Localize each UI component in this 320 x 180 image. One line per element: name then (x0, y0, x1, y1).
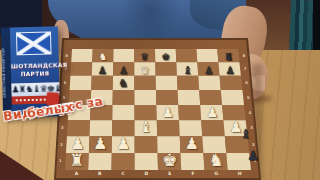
book-stack (289, 0, 316, 55)
file-label-f: F (191, 171, 194, 176)
rank-label-left-2: 2 (60, 143, 63, 147)
file-label-c: C (121, 171, 124, 176)
rank-label-right-8: 8 (242, 54, 245, 58)
rank-label-left-1: 1 (59, 160, 62, 164)
piece-black-queen-d8: ♛ (141, 52, 149, 61)
rank-label-right-2: 2 (252, 143, 255, 147)
file-label-h: H (238, 171, 242, 176)
captured-piece: ♞ (225, 53, 233, 62)
piece-black-knight-c6: ♞ (119, 78, 129, 89)
file-label-a: A (75, 171, 78, 176)
piece-white-pawn-g4: ♟ (206, 106, 218, 120)
rank-label-right-5: 5 (247, 96, 250, 100)
file-label-g: G (214, 171, 218, 176)
captured-piece: ♟ (247, 149, 259, 162)
rank-label-right-6: 6 (245, 81, 248, 85)
piece-white-knight-g1: ♞ (208, 152, 223, 169)
piece-black-pawn-b7: ♟ (98, 64, 107, 74)
file-label-e: E (168, 171, 171, 176)
video-frame: ABCDEFGH8877665544332211 ♞♛♚♜♟♟♛♝♟♟♞♟♟♝♟… (0, 0, 320, 180)
piece-white-king-e1: ♚ (162, 152, 177, 169)
rank-label-left-3: 3 (61, 126, 64, 130)
book-title: ШОТЛАНДСКАЯ ПАРТИЯ (11, 62, 59, 78)
piece-black-bishop-f7: ♝ (183, 64, 192, 74)
piece-white-queen-d7: ♛ (140, 64, 149, 74)
rank-label-right-7: 7 (244, 67, 247, 71)
piece-black-pawn-c7: ♟ (119, 64, 128, 74)
piece-white-bishop-d3: ♝ (139, 121, 152, 136)
scotland-flag-icon (16, 31, 52, 55)
book-small-print (16, 99, 50, 102)
piece-white-pawn-c2: ♟ (116, 136, 130, 152)
piece-white-knight-b8: ♞ (99, 52, 107, 61)
file-label-d: D (145, 171, 149, 176)
piece-black-pawn-g7: ♟ (204, 64, 213, 74)
captured-piece: ♝ (241, 128, 252, 140)
rank-label-left-8: 8 (65, 54, 68, 58)
book-title-line1: ШОТЛАНДСКАЯ (11, 62, 59, 71)
book-title-line2: ПАРТИЯ (11, 70, 59, 79)
file-label-b: B (98, 171, 101, 176)
piece-black-pawn-h7: ♟ (225, 64, 234, 74)
rank-label-right-4: 4 (249, 111, 252, 115)
piece-white-pawn-b2: ♟ (93, 136, 107, 152)
piece-white-rook-a1: ♜ (69, 152, 84, 169)
rank-label-left-6: 6 (64, 81, 67, 85)
piece-white-pawn-e4: ♟ (162, 106, 174, 120)
piece-white-pawn-f2: ♟ (185, 136, 199, 152)
piece-black-king-e8: ♚ (162, 52, 170, 61)
